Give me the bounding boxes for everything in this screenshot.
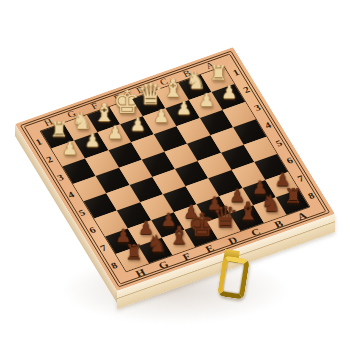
product-photo-stage: HGFEDCBA HGFEDCBA 12345678 12345678 ♜♞♝♚…	[0, 0, 350, 350]
piece-white-pawn[interactable]: ♟	[221, 83, 237, 101]
chess-board: HGFEDCBA HGFEDCBA 12345678 12345678 ♜♞♝♚…	[15, 47, 335, 291]
piece-black-rook[interactable]: ♜	[284, 186, 303, 207]
